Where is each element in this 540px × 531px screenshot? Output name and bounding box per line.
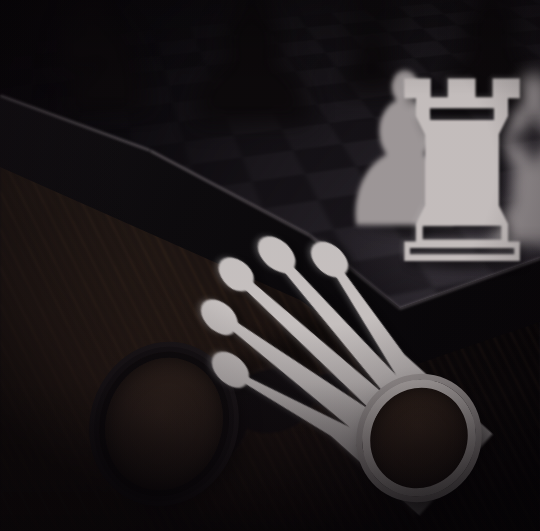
chess-photo-scene: ♞ ♟ ♝ ♟ ♝ ♟ ♜ ♟ ♛ [0, 0, 540, 531]
black-knight-blurred-icon: ♞ [26, 0, 178, 137]
